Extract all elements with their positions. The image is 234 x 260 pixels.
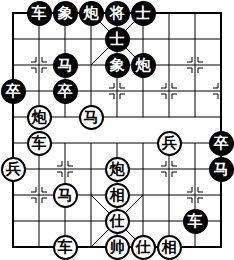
piece-black-soldier[interactable]: 卒 [209, 131, 234, 156]
piece-black-elephant[interactable]: 象 [53, 1, 78, 26]
piece-white-chariot[interactable]: 车 [53, 235, 78, 260]
piece-black-advisor[interactable]: 士 [131, 1, 156, 26]
piece-white-cannon[interactable]: 炮 [105, 157, 130, 182]
piece-black-cannon[interactable]: 炮 [79, 1, 104, 26]
piece-white-cannon[interactable]: 炮 [27, 105, 52, 130]
piece-white-elephant[interactable]: 相 [157, 235, 182, 260]
piece-black-horse[interactable]: 马 [53, 53, 78, 78]
piece-black-cannon[interactable]: 炮 [131, 53, 156, 78]
piece-white-horse[interactable]: 马 [53, 183, 78, 208]
piece-white-elephant[interactable]: 相 [105, 183, 130, 208]
piece-white-advisor[interactable]: 仕 [131, 235, 156, 260]
piece-white-soldier[interactable]: 兵 [1, 157, 26, 182]
piece-black-general[interactable]: 将 [105, 1, 130, 26]
xiangqi-board: 车象炮将士士马象炮卒卒炮马车兵卒兵炮马马相仕车车帅仕相 [0, 0, 234, 260]
piece-white-advisor[interactable]: 仕 [105, 209, 130, 234]
piece-white-general[interactable]: 帅 [105, 235, 130, 260]
piece-black-horse[interactable]: 马 [209, 157, 234, 182]
pieces-layer: 车象炮将士士马象炮卒卒炮马车兵卒兵炮马马相仕车车帅仕相 [0, 0, 234, 260]
piece-black-elephant[interactable]: 象 [105, 53, 130, 78]
piece-black-chariot[interactable]: 车 [27, 1, 52, 26]
piece-white-horse[interactable]: 马 [79, 105, 104, 130]
piece-black-soldier[interactable]: 卒 [53, 79, 78, 104]
piece-white-chariot[interactable]: 车 [27, 131, 52, 156]
piece-white-soldier[interactable]: 兵 [157, 131, 182, 156]
piece-black-chariot[interactable]: 车 [183, 209, 208, 234]
piece-black-soldier[interactable]: 卒 [1, 79, 26, 104]
piece-black-advisor[interactable]: 士 [105, 27, 130, 52]
